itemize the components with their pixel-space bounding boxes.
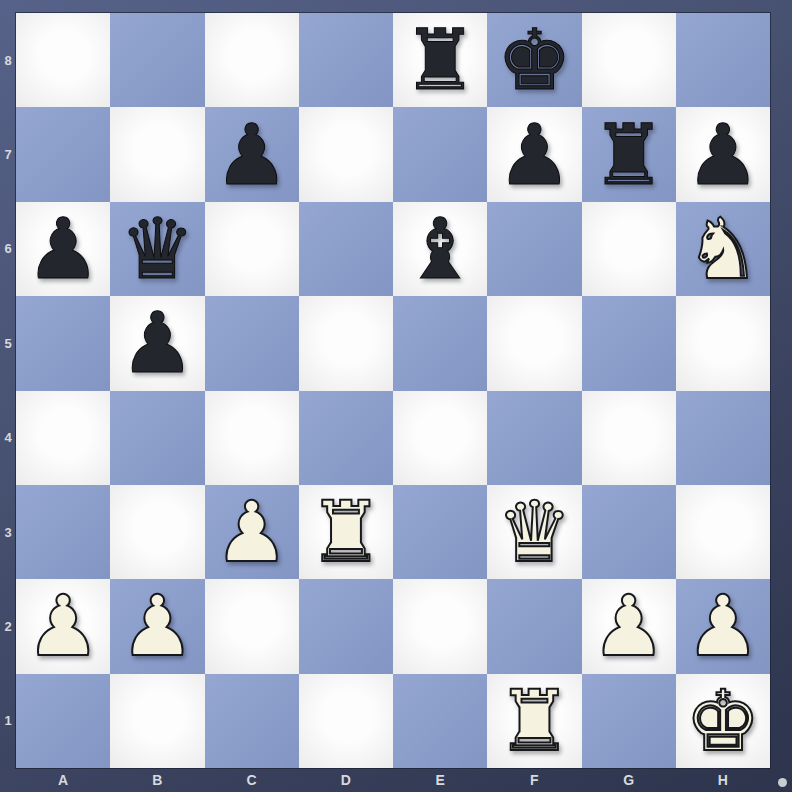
square-f6[interactable]: [487, 202, 581, 296]
rank-label-4: 4: [0, 391, 16, 485]
square-c7[interactable]: ♟︎: [205, 107, 299, 201]
black-bishop-e6[interactable]: ♝: [393, 202, 487, 296]
chess-board: ♜♚♟︎♟︎♜♟︎♟︎♛♝♞♟︎♟︎♜♛♟︎♟︎♟︎♟︎♜♚: [16, 13, 770, 768]
square-b1[interactable]: [110, 674, 204, 768]
square-d1[interactable]: [299, 674, 393, 768]
white-pawn-g2[interactable]: ♟︎: [582, 579, 676, 673]
white-rook-f1[interactable]: ♜: [487, 674, 581, 768]
square-c6[interactable]: [205, 202, 299, 296]
square-d3[interactable]: ♜: [299, 485, 393, 579]
square-e5[interactable]: [393, 296, 487, 390]
square-d7[interactable]: [299, 107, 393, 201]
file-label-e: E: [393, 768, 487, 792]
rank-label-6: 6: [0, 202, 16, 296]
square-a5[interactable]: [16, 296, 110, 390]
side-to-move-indicator: [778, 778, 787, 787]
file-label-d: D: [299, 768, 393, 792]
square-d6[interactable]: [299, 202, 393, 296]
square-a4[interactable]: [16, 391, 110, 485]
black-rook-g7[interactable]: ♜: [582, 107, 676, 201]
white-pawn-c3[interactable]: ♟︎: [205, 485, 299, 579]
square-g5[interactable]: [582, 296, 676, 390]
square-f5[interactable]: [487, 296, 581, 390]
square-g6[interactable]: [582, 202, 676, 296]
square-c2[interactable]: [205, 579, 299, 673]
square-h3[interactable]: [676, 485, 770, 579]
square-e4[interactable]: [393, 391, 487, 485]
square-a7[interactable]: [16, 107, 110, 201]
file-label-b: B: [110, 768, 204, 792]
black-queen-b6[interactable]: ♛: [110, 202, 204, 296]
square-h4[interactable]: [676, 391, 770, 485]
rank-label-1: 1: [0, 674, 16, 768]
rank-label-7: 7: [0, 107, 16, 201]
square-b6[interactable]: ♛: [110, 202, 204, 296]
file-label-c: C: [205, 768, 299, 792]
square-f1[interactable]: ♜: [487, 674, 581, 768]
rank-labels: 87654321: [0, 13, 16, 768]
square-b8[interactable]: [110, 13, 204, 107]
square-a3[interactable]: [16, 485, 110, 579]
square-f4[interactable]: [487, 391, 581, 485]
black-king-f8[interactable]: ♚: [487, 13, 581, 107]
square-c4[interactable]: [205, 391, 299, 485]
white-rook-d3[interactable]: ♜: [299, 485, 393, 579]
square-a2[interactable]: ♟︎: [16, 579, 110, 673]
square-b4[interactable]: [110, 391, 204, 485]
square-c8[interactable]: [205, 13, 299, 107]
square-d8[interactable]: [299, 13, 393, 107]
square-e6[interactable]: ♝: [393, 202, 487, 296]
square-g7[interactable]: ♜: [582, 107, 676, 201]
black-pawn-f7[interactable]: ♟︎: [487, 107, 581, 201]
square-b5[interactable]: ♟︎: [110, 296, 204, 390]
square-g4[interactable]: [582, 391, 676, 485]
square-d5[interactable]: [299, 296, 393, 390]
square-e3[interactable]: [393, 485, 487, 579]
rank-label-5: 5: [0, 296, 16, 390]
square-e7[interactable]: [393, 107, 487, 201]
white-pawn-b2[interactable]: ♟︎: [110, 579, 204, 673]
square-h2[interactable]: ♟︎: [676, 579, 770, 673]
file-label-a: A: [16, 768, 110, 792]
rank-label-8: 8: [0, 13, 16, 107]
file-label-h: H: [676, 768, 770, 792]
square-f7[interactable]: ♟︎: [487, 107, 581, 201]
square-f2[interactable]: [487, 579, 581, 673]
square-h8[interactable]: [676, 13, 770, 107]
square-b2[interactable]: ♟︎: [110, 579, 204, 673]
file-label-f: F: [487, 768, 581, 792]
square-a6[interactable]: ♟︎: [16, 202, 110, 296]
square-h6[interactable]: ♞: [676, 202, 770, 296]
square-f3[interactable]: ♛: [487, 485, 581, 579]
black-pawn-b5[interactable]: ♟︎: [110, 296, 204, 390]
square-d4[interactable]: [299, 391, 393, 485]
file-labels: ABCDEFGH: [16, 768, 770, 792]
white-knight-h6[interactable]: ♞: [676, 202, 770, 296]
rank-label-3: 3: [0, 485, 16, 579]
rank-label-2: 2: [0, 579, 16, 673]
square-g8[interactable]: [582, 13, 676, 107]
black-pawn-a6[interactable]: ♟︎: [16, 202, 110, 296]
square-c1[interactable]: [205, 674, 299, 768]
square-d2[interactable]: [299, 579, 393, 673]
square-h7[interactable]: ♟︎: [676, 107, 770, 201]
white-pawn-a2[interactable]: ♟︎: [16, 579, 110, 673]
square-e8[interactable]: ♜: [393, 13, 487, 107]
square-b7[interactable]: [110, 107, 204, 201]
white-pawn-h2[interactable]: ♟︎: [676, 579, 770, 673]
square-e2[interactable]: [393, 579, 487, 673]
square-h1[interactable]: ♚: [676, 674, 770, 768]
file-label-g: G: [582, 768, 676, 792]
square-a1[interactable]: [16, 674, 110, 768]
black-rook-e8[interactable]: ♜: [393, 13, 487, 107]
square-g1[interactable]: [582, 674, 676, 768]
square-c3[interactable]: ♟︎: [205, 485, 299, 579]
square-e1[interactable]: [393, 674, 487, 768]
square-g2[interactable]: ♟︎: [582, 579, 676, 673]
square-f8[interactable]: ♚: [487, 13, 581, 107]
black-pawn-h7[interactable]: ♟︎: [676, 107, 770, 201]
square-g3[interactable]: [582, 485, 676, 579]
square-b3[interactable]: [110, 485, 204, 579]
square-a8[interactable]: [16, 13, 110, 107]
white-queen-f3[interactable]: ♛: [487, 485, 581, 579]
chess-board-frame: 87654321 ♜♚♟︎♟︎♜♟︎♟︎♛♝♞♟︎♟︎♜♛♟︎♟︎♟︎♟︎♜♚ …: [0, 0, 792, 792]
black-pawn-c7[interactable]: ♟︎: [205, 107, 299, 201]
square-c5[interactable]: [205, 296, 299, 390]
white-king-h1[interactable]: ♚: [676, 674, 770, 768]
square-h5[interactable]: [676, 296, 770, 390]
